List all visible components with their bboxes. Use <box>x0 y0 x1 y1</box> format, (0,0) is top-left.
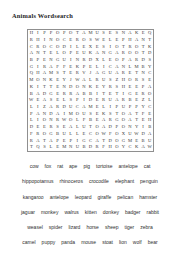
grid-cell: O <box>74 111 81 118</box>
grid-cell: E <box>94 111 101 118</box>
grid-cell: S <box>87 111 94 118</box>
grid-cell: U <box>81 111 88 118</box>
grid-cell: E <box>54 84 61 91</box>
grid-cell: A <box>41 70 48 77</box>
grid-cell: C <box>74 104 81 111</box>
grid-cell: G <box>107 50 114 57</box>
word-list-row: jaguarmonkeywalruskittendonkeybadgerrabb… <box>0 203 180 218</box>
word-item: pelican <box>117 192 133 203</box>
grid-cell: E <box>54 77 61 84</box>
word-item: antelope <box>119 161 138 172</box>
grid-cell: R <box>120 97 127 104</box>
word-item: walrus <box>64 207 78 218</box>
word-item: ape <box>69 161 77 172</box>
grid-cell: B <box>146 124 153 131</box>
grid-cell: C <box>61 37 68 44</box>
grid-cell: K <box>100 111 107 118</box>
grid-cell: Z <box>41 104 48 111</box>
grid-cell: G <box>127 91 134 98</box>
grid-cell: S <box>107 111 114 118</box>
grid-cell: O <box>61 50 68 57</box>
grid-cell: R <box>133 57 140 64</box>
grid-cell: E <box>67 70 74 77</box>
grid-cell: R <box>100 97 107 104</box>
word-item: giraffe <box>98 192 112 203</box>
grid-cell: R <box>74 70 81 77</box>
grid-cell: P <box>48 30 55 37</box>
grid-cell: R <box>35 131 42 138</box>
word-item: cat <box>144 161 151 172</box>
grid-cell: A <box>28 50 35 57</box>
grid-cell: I <box>81 97 88 104</box>
grid-cell: N <box>35 50 42 57</box>
word-list-row: hippopotamusrhinoceroscrocodileelephantp… <box>0 172 180 187</box>
word-list-row: cowfoxratapepigtortoiseantelopecat <box>0 157 180 172</box>
grid-cell: E <box>54 91 61 98</box>
grid-cell: T <box>74 30 81 37</box>
grid-cell: H <box>127 37 134 44</box>
grid-cell: I <box>67 43 74 50</box>
grid-cell: L <box>87 77 94 84</box>
grid-cell: C <box>87 131 94 138</box>
grid-cell: P <box>140 84 147 91</box>
grid-cell: A <box>48 104 55 111</box>
word-item: sheep <box>105 222 119 233</box>
grid-cell: T <box>41 138 48 145</box>
grid-cell: I <box>35 117 42 124</box>
word-item: hippopotamus <box>22 176 53 187</box>
grid-cell: E <box>94 117 101 124</box>
grid-cell: H <box>146 117 153 124</box>
grid-cell: P <box>114 104 121 111</box>
grid-cell: U <box>94 30 101 37</box>
grid-cell: O <box>41 117 48 124</box>
grid-cell: E <box>41 57 48 64</box>
grid-cell: C <box>127 144 134 151</box>
grid-cell: U <box>146 138 153 145</box>
grid-cell: A <box>35 111 42 118</box>
grid-cell: E <box>133 84 140 91</box>
grid-cell: O <box>94 124 101 131</box>
grid-cell: Y <box>146 64 153 71</box>
grid-cell: L <box>28 104 35 111</box>
grid-cell: O <box>54 43 61 50</box>
grid-cell: T <box>133 70 140 77</box>
grid-cell: D <box>48 111 55 118</box>
grid-cell: A <box>146 131 153 138</box>
word-item: kangaroo <box>23 192 44 203</box>
grid-cell: F <box>107 131 114 138</box>
grid-cell: H <box>107 144 114 151</box>
grid-cell: T <box>140 50 147 57</box>
grid-cell: E <box>127 84 134 91</box>
grid-cell: D <box>146 50 153 57</box>
word-item: crocodile <box>89 176 109 187</box>
grid-cell: D <box>87 144 94 151</box>
grid-cell: N <box>41 77 48 84</box>
grid-cell: L <box>127 64 134 71</box>
grid-cell: A <box>35 138 42 145</box>
grid-cell: J <box>87 70 94 77</box>
grid-cell: P <box>120 57 127 64</box>
grid-cell: T <box>61 70 68 77</box>
grid-cell: M <box>87 30 94 37</box>
grid-cell: A <box>48 138 55 145</box>
grid-cell: K <box>133 144 140 151</box>
grid-cell: B <box>127 97 134 104</box>
grid-cell: T <box>100 91 107 98</box>
grid-cell: B <box>140 64 147 71</box>
grid-cell: S <box>41 144 48 151</box>
grid-cell: L <box>94 64 101 71</box>
grid-cell: W <box>61 117 68 124</box>
grid-cell: E <box>41 124 48 131</box>
grid-cell: O <box>120 124 127 131</box>
grid-cell: M <box>48 70 55 77</box>
grid-cell: K <box>87 84 94 91</box>
grid-cell: G <box>48 91 55 98</box>
grid-cell: R <box>81 57 88 64</box>
grid-cell: A <box>114 97 121 104</box>
grid-cell: R <box>67 91 74 98</box>
grid-cell: S <box>114 30 121 37</box>
grid-cell: Q <box>146 30 153 37</box>
grid-cell: T <box>114 111 121 118</box>
grid-cell: G <box>28 64 35 71</box>
grid-cell: A <box>94 70 101 77</box>
grid-cell: J <box>67 77 74 84</box>
grid-cell: E <box>146 111 153 118</box>
grid-cell: L <box>74 43 81 50</box>
grid-cell: T <box>133 117 140 124</box>
page-title: Animals Wordsearch <box>12 12 73 19</box>
grid-cell: K <box>87 50 94 57</box>
grid-cell: O <box>120 111 127 118</box>
grid-cell: I <box>35 84 42 91</box>
grid-cell: E <box>74 50 81 57</box>
grid-cell: M <box>87 104 94 111</box>
grid-cell: P <box>133 104 140 111</box>
grid-cell: O <box>114 57 121 64</box>
grid-cell: Q <box>35 144 42 151</box>
grid-cell: L <box>74 131 81 138</box>
grid-cell: F <box>140 111 147 118</box>
grid-cell: O <box>74 84 81 91</box>
grid-cell: S <box>114 84 121 91</box>
grid-cell: C <box>28 43 35 50</box>
grid-cell: P <box>81 64 88 71</box>
grid-cell: C <box>107 64 114 71</box>
grid-cell: Y <box>120 144 127 151</box>
grid-cell: E <box>87 64 94 71</box>
word-list-row: goatdeersealtoadponyfrogbulldogsnake <box>0 249 180 256</box>
grid-cell: I <box>41 37 48 44</box>
grid-cell: I <box>107 104 114 111</box>
grid-cell: B <box>87 117 94 124</box>
grid-cell: N <box>61 84 68 91</box>
word-list-row: kangarooantelopeleopardgiraffepelicanham… <box>0 188 180 203</box>
grid-cell: X <box>120 131 127 138</box>
grid-cell: G <box>100 70 107 77</box>
word-item: rhinoceros <box>60 176 83 187</box>
grid-cell: A <box>48 64 55 71</box>
grid-cell: B <box>87 91 94 98</box>
grid-cell: L <box>74 117 81 124</box>
grid-cell: K <box>48 77 55 84</box>
grid-cell: R <box>41 64 48 71</box>
grid-cell: A <box>114 64 121 71</box>
grid-cell: H <box>120 84 127 91</box>
grid-cell: W <box>28 97 35 104</box>
grid-cell: E <box>48 50 55 57</box>
grid-cell: C <box>48 43 55 50</box>
grid-cell: A <box>94 138 101 145</box>
grid-cell: R <box>120 50 127 57</box>
grid-cell: B <box>81 91 88 98</box>
grid-cell: A <box>94 50 101 57</box>
word-list-row: weaselspiderlizardhorsesheeptigerzebra <box>0 218 180 233</box>
word-item: elephant <box>115 176 134 187</box>
grid-cell: I <box>35 104 42 111</box>
worksheet-page: Animals Wordsearch HIPPOPOTAMUSESNAKEQRH… <box>0 0 180 256</box>
grid-cell: B <box>140 138 147 145</box>
grid-cell: P <box>127 104 134 111</box>
grid-cell: R <box>74 37 81 44</box>
grid-cell: I <box>120 91 127 98</box>
grid-cell: E <box>54 144 61 151</box>
grid-cell: E <box>81 43 88 50</box>
grid-cell: F <box>61 64 68 71</box>
grid-cell: D <box>87 97 94 104</box>
grid-cell: E <box>127 70 134 77</box>
grid-cell: P <box>54 138 61 145</box>
grid-cell: R <box>54 117 61 124</box>
grid-cell: P <box>35 57 42 64</box>
grid-cell: I <box>140 124 147 131</box>
word-item: lion <box>119 237 127 248</box>
grid-cell: A <box>127 57 134 64</box>
grid-cell: Z <box>114 77 121 84</box>
grid-cell: N <box>120 64 127 71</box>
grid-cell: V <box>81 70 88 77</box>
grid-cell: B <box>54 131 61 138</box>
grid-cell: I <box>35 64 42 71</box>
grid-cell: A <box>41 97 48 104</box>
grid-cell: T <box>100 138 107 145</box>
grid-cell: U <box>100 77 107 84</box>
grid-cell: A <box>127 30 134 37</box>
word-item: puppy <box>42 237 56 248</box>
grid-cell: Z <box>140 97 147 104</box>
grid-cell: E <box>140 30 147 37</box>
grid-cell: D <box>107 124 114 131</box>
grid-cell: M <box>28 77 35 84</box>
grid-cell: C <box>87 138 94 145</box>
grid-cell: O <box>120 117 127 124</box>
word-item: weasel <box>27 222 43 233</box>
word-item: spider <box>49 222 63 233</box>
grid-cell: T <box>114 91 121 98</box>
grid-cell: N <box>67 144 74 151</box>
word-item: badger <box>125 207 141 218</box>
grid-cell: E <box>94 84 101 91</box>
grid-cell: E <box>94 97 101 104</box>
grid-cell: O <box>41 43 48 50</box>
word-item: fox <box>45 161 52 172</box>
grid-cell: N <box>140 70 147 77</box>
grid-cell: N <box>48 37 55 44</box>
grid-cell: K <box>74 64 81 71</box>
grid-cell: P <box>120 37 127 44</box>
grid-cell: A <box>114 70 121 77</box>
grid-cell: A <box>67 124 74 131</box>
grid-cell: T <box>48 84 55 91</box>
grid-cell: E <box>61 124 68 131</box>
grid-cell: A <box>127 117 134 124</box>
grid-cell: K <box>146 43 153 50</box>
grid-cell: G <box>81 138 88 145</box>
grid-cell: N <box>48 57 55 64</box>
grid-cell: H <box>35 37 42 44</box>
word-list: cowfoxratapepigtortoiseantelopecathippop… <box>0 157 180 256</box>
grid-cell: C <box>146 70 153 77</box>
grid-cell: W <box>146 144 153 151</box>
grid-cell: U <box>61 57 68 64</box>
grid-cell: L <box>107 37 114 44</box>
grid-cell: T <box>120 43 127 50</box>
grid-cell: O <box>114 43 121 50</box>
word-item: zebra <box>140 222 153 233</box>
grid-cell: F <box>28 131 35 138</box>
grid-cell: E <box>35 97 42 104</box>
grid-cell: O <box>114 138 121 145</box>
word-item: lizard <box>68 222 80 233</box>
grid-cell: A <box>100 117 107 124</box>
grid-cell: R <box>120 70 127 77</box>
grid-cell: M <box>61 144 68 151</box>
word-item: rat <box>57 161 63 172</box>
grid-cell: N <box>74 57 81 64</box>
grid-cell: L <box>48 144 55 151</box>
grid-cell: M <box>127 138 134 145</box>
grid-cell: L <box>100 104 107 111</box>
grid-cell: O <box>114 131 121 138</box>
grid-cell: B <box>28 57 35 64</box>
grid-cell: D <box>67 84 74 91</box>
grid-cell: O <box>54 37 61 44</box>
grid-cell: A <box>74 91 81 98</box>
grid-cell: D <box>61 43 68 50</box>
grid-cell: L <box>100 57 107 64</box>
grid-cell: P <box>67 50 74 57</box>
grid-cell: F <box>81 117 88 124</box>
grid-cell: N <box>120 30 127 37</box>
word-item: penguin <box>140 176 158 187</box>
grid-cell: P <box>114 124 121 131</box>
word-item: horse <box>86 222 99 233</box>
grid-cell: E <box>107 91 114 98</box>
grid-cell: G <box>48 131 55 138</box>
grid-cell: U <box>67 104 74 111</box>
grid-cell: M <box>133 64 140 71</box>
grid-cell: N <box>100 50 107 57</box>
grid-cell: T <box>41 50 48 57</box>
grid-cell: O <box>41 131 48 138</box>
word-item: jaguar <box>21 207 35 218</box>
grid-cell: U <box>107 97 114 104</box>
grid-cell: E <box>107 30 114 37</box>
grid-cell: K <box>133 30 140 37</box>
grid-cell: Y <box>61 77 68 84</box>
grid-cell: U <box>74 144 81 151</box>
grid-cell: I <box>74 138 81 145</box>
grid-cell: A <box>146 84 153 91</box>
grid-cell: W <box>133 131 140 138</box>
grid-cell: W <box>100 131 107 138</box>
grid-cell: S <box>54 124 61 131</box>
grid-cell: E <box>107 57 114 64</box>
grid-cell: U <box>61 131 68 138</box>
grid-cell: Y <box>133 124 140 131</box>
grid-cell: L <box>74 124 81 131</box>
grid-cell: A <box>81 77 88 84</box>
grid-cell: P <box>61 30 68 37</box>
grid-cell: I <box>35 30 42 37</box>
grid-cell: O <box>67 30 74 37</box>
grid-cell: N <box>140 37 147 44</box>
grid-cell: P <box>67 138 74 145</box>
grid-cell: E <box>133 138 140 145</box>
grid-cell: D <box>140 131 147 138</box>
grid-cell: E <box>67 64 74 71</box>
grid-cell: E <box>94 104 101 111</box>
grid-cell: B <box>28 91 35 98</box>
grid-cell: O <box>127 50 134 57</box>
grid-cell: E <box>114 37 121 44</box>
grid-cell: E <box>35 124 42 131</box>
grid-cell: E <box>133 91 140 98</box>
grid-cell: R <box>107 84 114 91</box>
word-item: donkey <box>103 207 119 218</box>
grid-cell: R <box>107 117 114 124</box>
grid-cell: A <box>100 124 107 131</box>
grid-cell: E <box>140 117 147 124</box>
grid-cell: O <box>146 91 153 98</box>
grid-cell: T <box>133 111 140 118</box>
grid-cell: A <box>140 144 147 151</box>
word-item: panda <box>61 237 75 248</box>
grid-cell: T <box>41 84 48 91</box>
grid-cell: D <box>28 124 35 131</box>
grid-cell: T <box>140 43 147 50</box>
grid-cell: S <box>87 37 94 44</box>
grid-cell: Y <box>100 84 107 91</box>
grid-cell: H <box>120 77 127 84</box>
grid-cell: D <box>107 138 114 145</box>
word-item: antelope <box>50 192 69 203</box>
grid-cell: F <box>54 64 61 71</box>
grid-cell: U <box>120 104 127 111</box>
word-item: stoat <box>102 237 113 248</box>
grid-cell: C <box>146 104 153 111</box>
grid-cell: A <box>114 50 121 57</box>
grid-cell: A <box>127 111 134 118</box>
word-item: bear <box>148 237 158 248</box>
word-item: hamster <box>139 192 157 203</box>
word-item: wolf <box>133 237 142 248</box>
grid-cell: S <box>48 97 55 104</box>
grid-cell: N <box>41 111 48 118</box>
